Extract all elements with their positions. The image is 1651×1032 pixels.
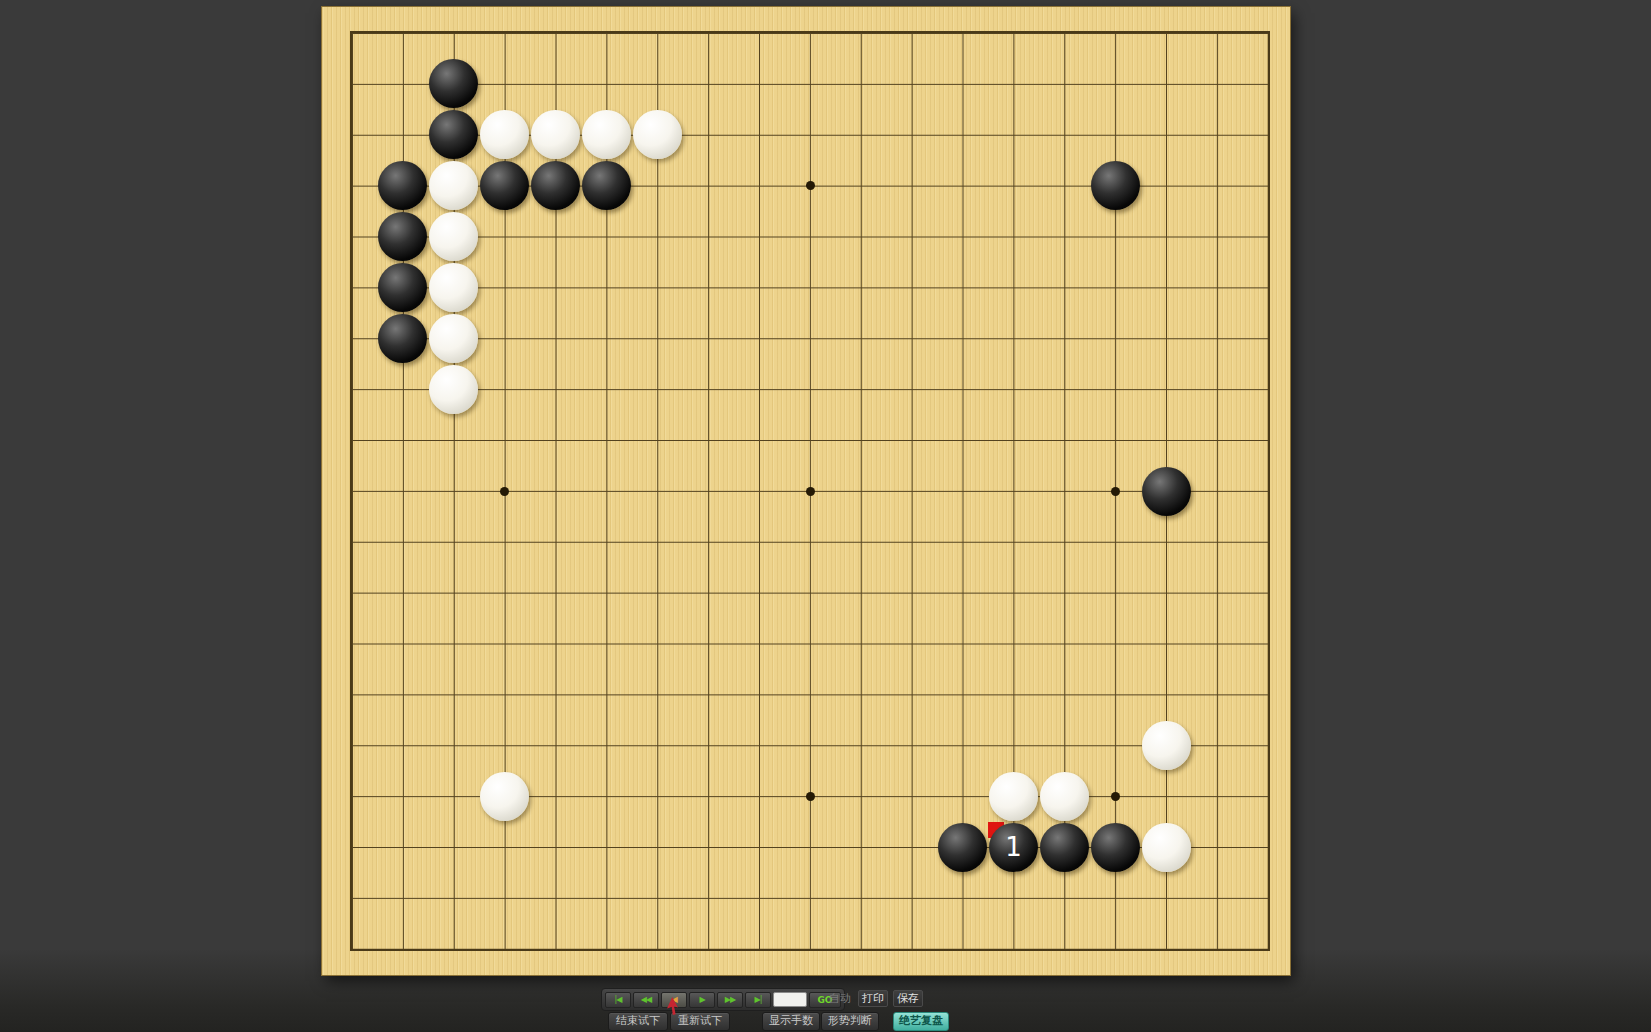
white-stone <box>1040 772 1089 821</box>
black-stone <box>480 161 529 210</box>
save-button[interactable]: 保存 <box>893 990 923 1007</box>
white-stone <box>1142 721 1191 770</box>
position-judge-button[interactable]: 形势判断 <box>821 1012 879 1031</box>
white-stone <box>480 772 529 821</box>
black-stone <box>1091 823 1140 872</box>
black-stone: 1 <box>989 823 1038 872</box>
move-number-input[interactable] <box>773 992 807 1007</box>
black-stone <box>531 161 580 210</box>
white-stone <box>989 772 1038 821</box>
star-point <box>1111 792 1120 801</box>
nav-first-button[interactable]: |◀ <box>605 992 631 1008</box>
black-stone <box>378 263 427 312</box>
nav-fast-forward-button[interactable]: ▶▶ <box>717 992 743 1008</box>
white-stone <box>429 263 478 312</box>
show-move-numbers-button[interactable]: 显示手数 <box>762 1012 820 1031</box>
action-toolbar: 结束试下 重新试下 显示手数 形势判断 绝艺复盘 <box>0 1012 1651 1030</box>
black-stone <box>1142 467 1191 516</box>
star-point <box>806 181 815 190</box>
app-window: 1 |◀ ◀◀ ◀ ▶ ▶▶ ▶| GO 自动 打印 保存 结束试下 重新试下 … <box>0 0 1651 1032</box>
white-stone <box>1142 823 1191 872</box>
nav-forward-button[interactable]: ▶ <box>689 992 715 1008</box>
black-stone <box>378 314 427 363</box>
black-stone <box>1091 161 1140 210</box>
white-stone <box>429 314 478 363</box>
star-point <box>500 487 509 496</box>
file-tools: 自动 打印 保存 <box>827 990 923 1007</box>
move-number-label: 1 <box>1005 834 1022 860</box>
nav-last-button[interactable]: ▶| <box>745 992 771 1008</box>
white-stone <box>633 110 682 159</box>
auto-label: 自动 <box>827 991 853 1006</box>
star-point <box>806 792 815 801</box>
restart-trial-button[interactable]: 重新试下 <box>670 1012 730 1031</box>
white-stone <box>429 365 478 414</box>
goban[interactable]: 1 <box>322 7 1290 975</box>
star-point <box>806 487 815 496</box>
nav-fast-back-button[interactable]: ◀◀ <box>633 992 659 1008</box>
white-stone <box>531 110 580 159</box>
ai-review-button[interactable]: 绝艺复盘 <box>893 1012 949 1031</box>
star-point <box>1111 487 1120 496</box>
nav-toolbar: |◀ ◀◀ ◀ ▶ ▶▶ ▶| GO <box>601 988 845 1011</box>
black-stone <box>1040 823 1089 872</box>
black-stone <box>582 161 631 210</box>
print-button[interactable]: 打印 <box>858 990 888 1007</box>
black-stone <box>938 823 987 872</box>
white-stone <box>582 110 631 159</box>
white-stone <box>429 212 478 261</box>
end-trial-button[interactable]: 结束试下 <box>608 1012 668 1031</box>
